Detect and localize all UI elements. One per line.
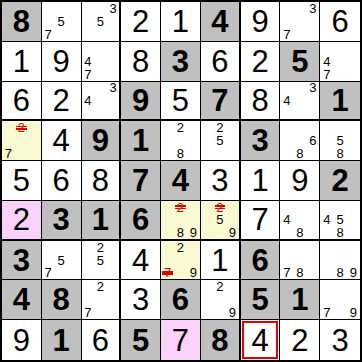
cell-value: 3 [53,204,70,235]
candidate-8: 8 [333,226,346,239]
candidate-8: 8 [293,267,306,280]
cell-r9c2[interactable]: 1 [42,320,82,360]
cell-r8c1[interactable]: 4 [2,280,42,320]
cell-r1c8[interactable]: 37 [280,2,320,42]
candidate-2: 2 [94,241,107,254]
candidate-9: 9 [226,226,239,239]
cell-r4c4[interactable]: 1 [121,121,161,161]
cell-value: 1 [331,85,348,116]
cell-value: 9 [291,165,308,196]
candidate-2: 2 [174,241,187,254]
candidate-2: 2 [213,280,226,293]
cell-r4c9[interactable]: 58 [320,121,360,161]
candidate-4: 4 [280,213,293,226]
candidate-7: 7 [82,306,95,319]
cell-value: 7 [211,85,228,116]
candidate-3: 3 [306,2,319,15]
eliminated-candidate-7: 7 [161,267,174,280]
cell-value: 6 [331,6,348,37]
candidate-7: 7 [280,28,293,41]
cell-r6c1[interactable]: 2 [2,201,42,241]
candidate-9: 9 [187,226,200,239]
cell-r6c3[interactable]: 1 [82,201,122,241]
candidate-5: 5 [55,15,68,28]
candidate-9: 9 [347,267,360,280]
cell-r8c2[interactable]: 8 [42,280,82,320]
cell-r2c2[interactable]: 9 [42,42,82,82]
cell-r2c3[interactable]: 47 [82,42,122,82]
cell-value: 3 [251,125,268,156]
candidate-8: 8 [333,267,346,280]
candidate-5: 5 [94,15,107,28]
candidate-8: 8 [333,147,346,160]
cell-value: 9 [13,325,30,356]
cell-r7c6[interactable]: 1 [201,241,241,281]
cell-r1c6[interactable]: 4 [201,2,241,42]
cell-r5c3[interactable]: 8 [82,161,122,201]
cell-r7c7[interactable]: 6 [241,241,281,281]
cell-value: 1 [132,125,149,156]
cell-r4c7[interactable]: 3 [241,121,281,161]
cell-value: 6 [92,325,109,356]
cell-value: 1 [13,46,30,77]
cell-r5c8[interactable]: 9 [280,161,320,201]
candidate-8: 8 [293,226,306,239]
cell-value: 5 [291,46,308,77]
cell-r5c1[interactable]: 5 [2,161,42,201]
cell-r9c8[interactable]: 2 [280,320,320,360]
cell-value: 7 [132,165,149,196]
cell-value: 3 [13,245,30,276]
cell-r2c9[interactable]: 47 [320,42,360,82]
candidate-7: 7 [320,68,333,81]
candidate-5: 5 [94,254,107,267]
cell-r1c3[interactable]: 35 [82,2,122,42]
candidate-3: 3 [306,82,319,95]
cell-r8c6[interactable]: 29 [201,280,241,320]
cell-r6c2[interactable]: 3 [42,201,82,241]
cell-r3c1[interactable]: 6 [2,82,42,122]
sudoku-board: 8573521493761947836254762349578341724912… [0,0,362,362]
candidate-7: 7 [320,306,333,319]
cell-r4c1[interactable]: 72 [2,121,42,161]
cell-r4c6[interactable]: 25 [201,121,241,161]
cell-r2c7[interactable]: 2 [241,42,281,82]
candidate-9: 9 [187,267,200,280]
cell-value: 2 [53,85,70,116]
cell-value: 4 [172,165,189,196]
cell-value: 5 [172,85,189,116]
cell-r9c6[interactable]: 8 [201,320,241,360]
candidate-4: 4 [82,94,95,107]
candidate-4: 4 [280,94,293,107]
cell-value: 2 [251,46,268,77]
cell-value: 1 [291,284,308,315]
cell-r9c3[interactable]: 6 [82,320,122,360]
cell-r4c2[interactable]: 4 [42,121,82,161]
candidate-7: 7 [2,147,15,160]
candidate-2: 2 [94,280,107,293]
cell-r8c4[interactable]: 3 [121,280,161,320]
cell-r3c3[interactable]: 34 [82,82,122,122]
candidate-3: 3 [107,82,120,95]
cell-r6c6[interactable]: 592 [201,201,241,241]
cell-r7c5[interactable]: 297 [161,241,201,281]
cell-r7c8[interactable]: 78 [280,241,320,281]
cell-r5c5[interactable]: 4 [161,161,201,201]
cell-value: 8 [251,85,268,116]
candidate-9: 9 [347,306,360,319]
candidate-4: 4 [320,55,333,68]
eliminated-candidate-2: 2 [213,201,226,214]
candidate-8: 8 [293,147,306,160]
cell-r1c4[interactable]: 2 [121,2,161,42]
cell-value: 7 [251,204,268,235]
cell-value: 5 [132,325,149,356]
cell-value: 3 [172,46,189,77]
cell-r7c1[interactable]: 3 [2,241,42,281]
cell-value: 6 [53,165,70,196]
cell-r7c4[interactable]: 4 [121,241,161,281]
cell-value: 8 [13,6,30,37]
cell-value: 1 [251,165,268,196]
cell-value: 7 [172,325,189,356]
eliminated-candidate-2: 2 [174,201,187,214]
cell-r2c6[interactable]: 6 [201,42,241,82]
cell-value: 4 [13,284,30,315]
cell-r3c8[interactable]: 34 [280,82,320,122]
cell-value: 6 [251,245,268,276]
cell-r6c5[interactable]: 892 [161,201,201,241]
cell-value: 8 [53,284,70,315]
cell-r9c9[interactable]: 3 [320,320,360,360]
cell-value: 9 [53,46,70,77]
cell-value: 9 [251,6,268,37]
cell-value: 8 [92,165,109,196]
cell-r9c1[interactable]: 9 [2,320,42,360]
cell-r8c9[interactable]: 79 [320,280,360,320]
cell-r1c7[interactable]: 9 [241,2,281,42]
cell-r2c8[interactable]: 5 [280,42,320,82]
cell-r5c6[interactable]: 3 [201,161,241,201]
cell-value: 3 [211,165,228,196]
cell-value: 5 [13,165,30,196]
cell-value: 2 [13,204,30,235]
cell-r7c2[interactable]: 57 [42,241,82,281]
cell-r8c7[interactable]: 5 [241,280,281,320]
cell-r4c5[interactable]: 28 [161,121,201,161]
cell-r8c3[interactable]: 27 [82,280,122,320]
cell-r6c7[interactable]: 7 [241,201,281,241]
cell-value: 4 [132,245,149,276]
candidate-7: 7 [82,68,95,81]
cell-r8c8[interactable]: 1 [280,280,320,320]
cell-r6c4[interactable]: 6 [121,201,161,241]
cell-value: 5 [251,284,268,315]
cell-value: 9 [92,125,109,156]
candidate-8: 8 [174,147,187,160]
cell-r1c1[interactable]: 8 [2,2,42,42]
candidate-9: 9 [226,306,239,319]
eliminated-candidate-2: 2 [15,121,28,134]
cell-value: 2 [291,325,308,356]
cell-r9c4[interactable]: 5 [121,320,161,360]
cell-r4c3[interactable]: 9 [82,121,122,161]
cell-r6c9[interactable]: 458 [320,201,360,241]
candidate-2: 2 [174,121,187,134]
cell-r9c7[interactable]: 4 [241,320,281,360]
cell-r3c5[interactable]: 5 [161,82,201,122]
cell-r1c9[interactable]: 6 [320,2,360,42]
cell-value: 6 [13,85,30,116]
cell-r3c2[interactable]: 2 [42,82,82,122]
cell-r6c8[interactable]: 48 [280,201,320,241]
cell-value: 3 [132,284,149,315]
cell-value: 3 [331,325,348,356]
cell-value: 1 [172,6,189,37]
cell-r7c9[interactable]: 89 [320,241,360,281]
cell-r7c3[interactable]: 25 [82,241,122,281]
cell-value: 6 [132,204,149,235]
candidate-8: 8 [174,226,187,239]
candidate-7: 7 [280,267,293,280]
candidate-5: 5 [55,254,68,267]
cell-value: 8 [211,325,228,356]
candidate-4: 4 [320,213,333,226]
cell-value: 2 [132,6,149,37]
cell-r2c1[interactable]: 1 [2,42,42,82]
cell-r3c7[interactable]: 8 [241,82,281,122]
candidate-7: 7 [42,267,55,280]
cell-r1c5[interactable]: 1 [161,2,201,42]
cell-value: 4 [53,125,70,156]
candidate-3: 3 [107,2,120,15]
cell-value: 6 [211,46,228,77]
cell-r2c4[interactable]: 8 [121,42,161,82]
cell-r5c2[interactable]: 6 [42,161,82,201]
cell-r3c9[interactable]: 1 [320,82,360,122]
candidate-4: 4 [82,55,95,68]
cell-r9c5[interactable]: 7 [161,320,201,360]
candidate-5: 5 [213,134,226,147]
cell-value: 6 [172,284,189,315]
candidate-7: 7 [42,28,55,41]
cell-value: 1 [211,245,228,276]
cell-r4c8[interactable]: 68 [280,121,320,161]
cell-r3c4[interactable]: 9 [121,82,161,122]
cell-r5c4[interactable]: 7 [121,161,161,201]
cell-value: 1 [92,204,109,235]
cell-r2c5[interactable]: 3 [161,42,201,82]
cell-r5c9[interactable]: 2 [320,161,360,201]
cell-value: 1 [53,325,70,356]
cell-r8c5[interactable]: 6 [161,280,201,320]
candidate-6: 6 [306,134,319,147]
cell-r5c7[interactable]: 1 [241,161,281,201]
cell-r3c6[interactable]: 7 [201,82,241,122]
cell-value: 4 [251,325,268,356]
candidate-5: 5 [213,213,226,226]
cell-value: 8 [132,46,149,77]
cell-value: 2 [331,165,348,196]
cell-value: 9 [132,85,149,116]
cell-r1c2[interactable]: 57 [42,2,82,42]
cell-value: 4 [211,6,228,37]
